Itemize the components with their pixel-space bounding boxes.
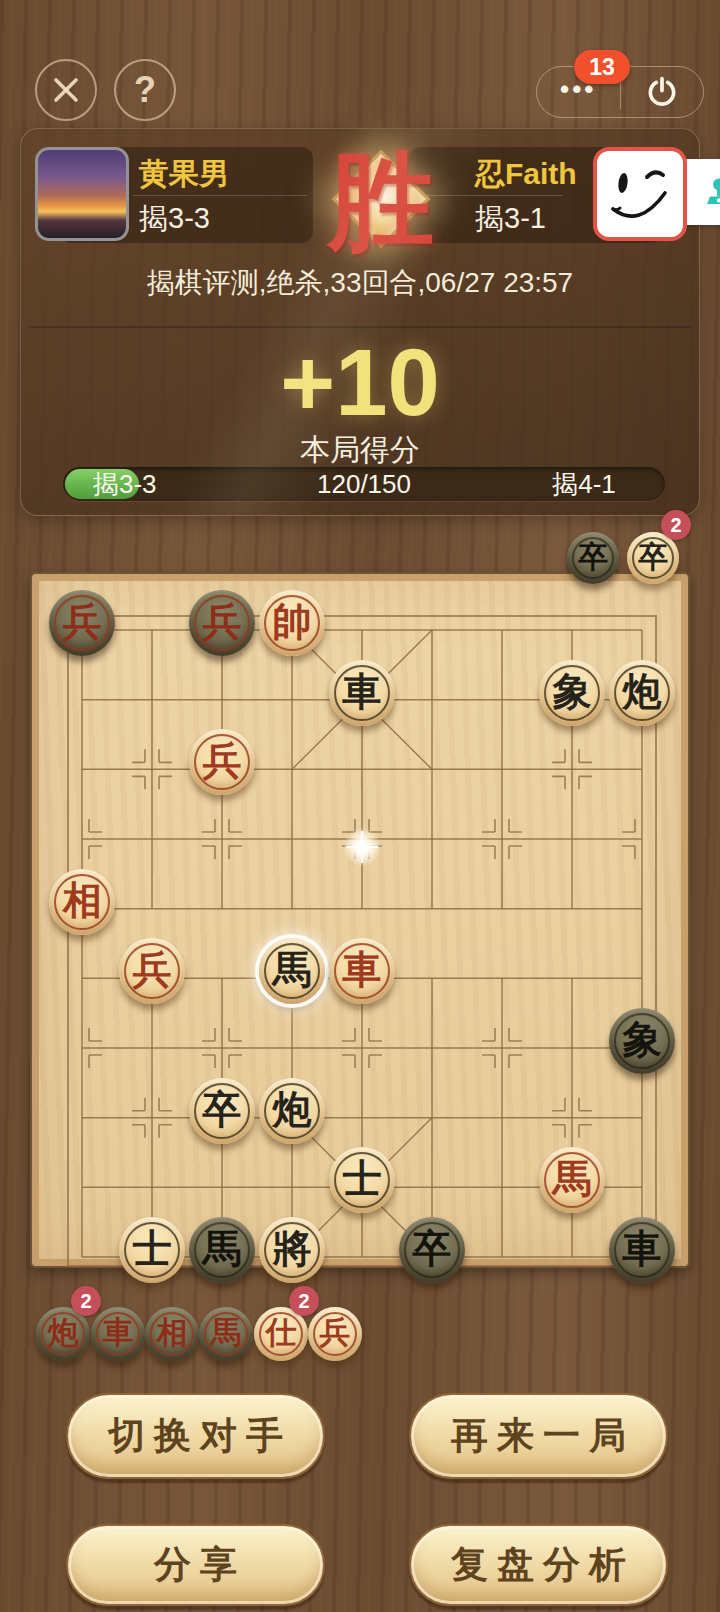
review-analysis-button[interactable]: 复盘分析: [409, 1524, 668, 1606]
board-piece-4-8-炮: 炮: [259, 1078, 325, 1144]
board-piece-8-9-馬: 馬: [539, 1147, 605, 1213]
play-again-button[interactable]: 再来一局: [409, 1393, 668, 1479]
piece-character: 仕: [266, 1312, 297, 1354]
piece-character: 馬: [211, 1312, 242, 1354]
piece-character: 車: [343, 665, 382, 719]
board-piece-9-7-象: 象: [609, 1008, 675, 1074]
next-rank-label: 揭4-1: [534, 467, 634, 501]
xiangqi-board: 兵兵帥車象炮兵相兵馬車象卒炮士馬士馬將卒車: [30, 572, 690, 1268]
piece-character: 炮: [623, 665, 662, 719]
board-piece-1-1-兵: 兵: [49, 590, 115, 656]
card-divider: [29, 326, 691, 329]
screen: ? ••• 13 黄果男 揭3-3 忍Faith 揭3-1: [0, 0, 720, 1612]
black-piece-卒: 卒: [627, 532, 679, 584]
score-label: 本局得分: [21, 435, 699, 465]
captured-count-badge: 2: [289, 1286, 319, 1316]
piece-character: 卒: [413, 1222, 452, 1276]
left-player-name: 黄果男: [139, 155, 307, 193]
plate-divider: [133, 195, 307, 196]
left-player-avatar[interactable]: [35, 147, 129, 241]
left-player-rank: 揭3-3: [139, 199, 307, 237]
board-piece-6-10-卒: 卒: [399, 1217, 465, 1283]
close-button[interactable]: [35, 59, 97, 121]
piece-character: 相: [157, 1312, 188, 1354]
share-button[interactable]: 分享: [66, 1524, 325, 1606]
joystick-icon: [701, 174, 720, 210]
board-piece-2-10-士: 士: [119, 1217, 185, 1283]
board-piece-8-2-象: 象: [539, 660, 605, 726]
piece-character: 馬: [273, 943, 312, 997]
piece-character: 士: [133, 1222, 172, 1276]
match-summary: 揭棋评测,绝杀,33回合,06/27 23:57: [21, 269, 699, 297]
power-icon: [645, 75, 679, 109]
piece-character: 車: [103, 1312, 134, 1354]
piece-character: 馬: [203, 1222, 242, 1276]
piece-character: 兵: [203, 595, 242, 649]
victory-seal-character: 胜: [309, 135, 453, 265]
piece-character: 兵: [63, 595, 102, 649]
score-delta: +10: [21, 333, 699, 433]
piece-character: 炮: [273, 1083, 312, 1137]
piece-character: 帥: [273, 595, 312, 649]
piece-character: 象: [623, 1013, 662, 1067]
board-piece-2-6-兵: 兵: [119, 938, 185, 1004]
rank-progress-bar: 揭3-3 120/150 揭4-1: [63, 467, 665, 501]
help-button[interactable]: ?: [114, 59, 176, 121]
winking-smiley-icon: [597, 151, 683, 237]
piece-character: 象: [553, 665, 592, 719]
hidden-red-piece-車: 車: [91, 1307, 145, 1361]
board-piece-5-2-車: 車: [329, 660, 395, 726]
board-piece-4-10-將: 將: [259, 1217, 325, 1283]
hidden-red-piece-相: 相: [145, 1307, 199, 1361]
board-piece-5-9-士: 士: [329, 1147, 395, 1213]
piece-character: 卒: [578, 537, 608, 578]
piece-character: 士: [343, 1152, 382, 1206]
red-piece-兵: 兵: [308, 1307, 362, 1361]
captured-count-badge: 2: [71, 1286, 101, 1316]
board-piece-3-10-馬: 馬: [189, 1217, 255, 1283]
piece-character: 車: [623, 1222, 662, 1276]
piece-character: 兵: [320, 1312, 351, 1354]
board-piece-3-1-兵: 兵: [189, 590, 255, 656]
power-button[interactable]: [621, 67, 704, 117]
piece-character: 相: [63, 874, 102, 928]
piece-character: 馬: [553, 1152, 592, 1206]
piece-character: 炮: [48, 1312, 79, 1354]
close-icon: [52, 76, 80, 104]
hidden-red-piece-馬: 馬: [199, 1307, 253, 1361]
board-piece-1-5-相: 相: [49, 869, 115, 935]
board-piece-3-3-兵: 兵: [189, 729, 255, 795]
result-card: 黄果男 揭3-3 忍Faith 揭3-1: [20, 128, 700, 516]
board-piece-9-2-炮: 炮: [609, 660, 675, 726]
piece-character: 兵: [133, 943, 172, 997]
notification-badge: 13: [574, 50, 630, 84]
piece-character: 卒: [638, 537, 668, 578]
piece-character: 卒: [203, 1083, 242, 1137]
piece-character: 將: [273, 1222, 312, 1276]
piece-character: 兵: [203, 734, 242, 788]
board-piece-4-6-馬: 馬: [259, 938, 325, 1004]
help-icon: ?: [134, 72, 156, 108]
board-piece-4-1-帥: 帥: [259, 590, 325, 656]
board-piece-5-6-車: 車: [329, 938, 395, 1004]
board-piece-3-8-卒: 卒: [189, 1078, 255, 1144]
switch-opponent-button[interactable]: 切换对手: [66, 1393, 325, 1479]
captured-count-badge: 2: [661, 510, 691, 540]
board-piece-9-10-車: 車: [609, 1217, 675, 1283]
hidden-black-piece-卒: 卒: [567, 532, 619, 584]
piece-character: 車: [343, 943, 382, 997]
right-player-avatar[interactable]: [593, 147, 687, 241]
